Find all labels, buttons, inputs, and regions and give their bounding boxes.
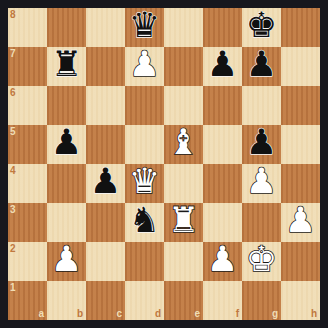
- square-b4[interactable]: [47, 164, 86, 203]
- square-a7[interactable]: 7: [8, 47, 47, 86]
- piece-white-king[interactable]: ♚︎: [246, 242, 277, 279]
- file-label-c: c: [116, 309, 122, 319]
- square-d5[interactable]: [125, 125, 164, 164]
- square-c2[interactable]: [86, 242, 125, 281]
- rank-label-4: 4: [10, 166, 16, 176]
- square-g2[interactable]: ♚︎: [242, 242, 281, 281]
- square-e2[interactable]: [164, 242, 203, 281]
- square-g3[interactable]: [242, 203, 281, 242]
- square-f3[interactable]: [203, 203, 242, 242]
- square-g8[interactable]: ♚︎: [242, 8, 281, 47]
- square-f1[interactable]: f: [203, 281, 242, 320]
- square-d8[interactable]: ♛︎: [125, 8, 164, 47]
- square-h5[interactable]: [281, 125, 320, 164]
- square-f2[interactable]: ♟︎: [203, 242, 242, 281]
- square-b1[interactable]: b: [47, 281, 86, 320]
- square-d3[interactable]: ♞︎: [125, 203, 164, 242]
- square-c7[interactable]: [86, 47, 125, 86]
- piece-white-pawn[interactable]: ♟︎: [285, 203, 316, 240]
- square-d4[interactable]: ♛︎: [125, 164, 164, 203]
- piece-white-queen[interactable]: ♛︎: [129, 164, 160, 201]
- piece-black-pawn[interactable]: ♟︎: [246, 125, 277, 162]
- square-f5[interactable]: [203, 125, 242, 164]
- chess-board: 8♛︎♚︎7♜︎♟︎♟︎♟︎65♟︎♝︎♟︎4♟︎♛︎♟︎3♞︎♜︎♟︎2♟︎♟…: [8, 8, 320, 320]
- piece-black-pawn[interactable]: ♟︎: [90, 164, 121, 201]
- piece-black-pawn[interactable]: ♟︎: [51, 125, 82, 162]
- piece-black-queen[interactable]: ♛︎: [129, 8, 160, 45]
- file-label-f: f: [236, 309, 239, 319]
- square-b5[interactable]: ♟︎: [47, 125, 86, 164]
- file-label-a: a: [38, 309, 44, 319]
- square-a2[interactable]: 2: [8, 242, 47, 281]
- piece-white-pawn[interactable]: ♟︎: [207, 242, 238, 279]
- square-a6[interactable]: 6: [8, 86, 47, 125]
- piece-white-bishop[interactable]: ♝︎: [168, 125, 199, 162]
- piece-black-knight[interactable]: ♞︎: [129, 203, 160, 240]
- piece-white-rook[interactable]: ♜︎: [168, 203, 199, 240]
- square-c1[interactable]: c: [86, 281, 125, 320]
- piece-black-rook[interactable]: ♜︎: [51, 47, 82, 84]
- rank-label-5: 5: [10, 127, 16, 137]
- rank-label-3: 3: [10, 205, 16, 215]
- square-g5[interactable]: ♟︎: [242, 125, 281, 164]
- square-h8[interactable]: [281, 8, 320, 47]
- square-b8[interactable]: [47, 8, 86, 47]
- square-e5[interactable]: ♝︎: [164, 125, 203, 164]
- square-g7[interactable]: ♟︎: [242, 47, 281, 86]
- square-h6[interactable]: [281, 86, 320, 125]
- square-a3[interactable]: 3: [8, 203, 47, 242]
- square-g6[interactable]: [242, 86, 281, 125]
- board-frame: 8♛︎♚︎7♜︎♟︎♟︎♟︎65♟︎♝︎♟︎4♟︎♛︎♟︎3♞︎♜︎♟︎2♟︎♟…: [0, 0, 328, 328]
- rank-label-7: 7: [10, 49, 16, 59]
- square-h7[interactable]: [281, 47, 320, 86]
- piece-black-pawn[interactable]: ♟︎: [246, 47, 277, 84]
- square-a1[interactable]: 1a: [8, 281, 47, 320]
- square-d1[interactable]: d: [125, 281, 164, 320]
- square-e3[interactable]: ♜︎: [164, 203, 203, 242]
- square-f4[interactable]: [203, 164, 242, 203]
- square-f8[interactable]: [203, 8, 242, 47]
- square-h1[interactable]: h: [281, 281, 320, 320]
- square-d2[interactable]: [125, 242, 164, 281]
- file-label-b: b: [77, 309, 83, 319]
- square-c8[interactable]: [86, 8, 125, 47]
- square-e7[interactable]: [164, 47, 203, 86]
- square-c4[interactable]: ♟︎: [86, 164, 125, 203]
- square-c5[interactable]: [86, 125, 125, 164]
- square-c6[interactable]: [86, 86, 125, 125]
- file-label-e: e: [194, 309, 200, 319]
- square-b7[interactable]: ♜︎: [47, 47, 86, 86]
- square-g4[interactable]: ♟︎: [242, 164, 281, 203]
- square-c3[interactable]: [86, 203, 125, 242]
- rank-label-8: 8: [10, 10, 16, 20]
- square-a4[interactable]: 4: [8, 164, 47, 203]
- square-g1[interactable]: g: [242, 281, 281, 320]
- square-d7[interactable]: ♟︎: [125, 47, 164, 86]
- file-label-h: h: [311, 309, 317, 319]
- piece-black-pawn[interactable]: ♟︎: [207, 47, 238, 84]
- piece-black-king[interactable]: ♚︎: [246, 8, 277, 45]
- square-d6[interactable]: [125, 86, 164, 125]
- rank-label-6: 6: [10, 88, 16, 98]
- rank-label-2: 2: [10, 244, 16, 254]
- square-e8[interactable]: [164, 8, 203, 47]
- square-f6[interactable]: [203, 86, 242, 125]
- square-b3[interactable]: [47, 203, 86, 242]
- file-label-d: d: [155, 309, 161, 319]
- square-e4[interactable]: [164, 164, 203, 203]
- square-e1[interactable]: e: [164, 281, 203, 320]
- square-a8[interactable]: 8: [8, 8, 47, 47]
- piece-white-pawn[interactable]: ♟︎: [129, 47, 160, 84]
- rank-label-1: 1: [10, 283, 16, 293]
- square-h2[interactable]: [281, 242, 320, 281]
- square-e6[interactable]: [164, 86, 203, 125]
- piece-white-pawn[interactable]: ♟︎: [51, 242, 82, 279]
- square-f7[interactable]: ♟︎: [203, 47, 242, 86]
- square-b6[interactable]: [47, 86, 86, 125]
- square-h3[interactable]: ♟︎: [281, 203, 320, 242]
- square-h4[interactable]: [281, 164, 320, 203]
- square-b2[interactable]: ♟︎: [47, 242, 86, 281]
- file-label-g: g: [272, 309, 278, 319]
- piece-white-pawn[interactable]: ♟︎: [246, 164, 277, 201]
- square-a5[interactable]: 5: [8, 125, 47, 164]
